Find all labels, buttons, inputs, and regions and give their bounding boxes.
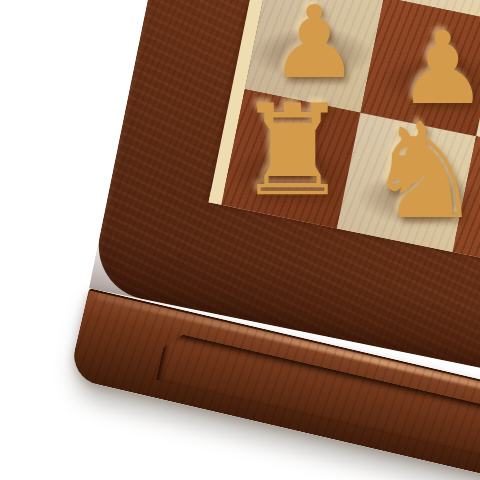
rook-glyph: ♜ [237, 88, 349, 213]
product-photo-scene: ♟ ♟ ♜ ♞ [0, 0, 480, 480]
knight-glyph: ♞ [365, 105, 480, 237]
